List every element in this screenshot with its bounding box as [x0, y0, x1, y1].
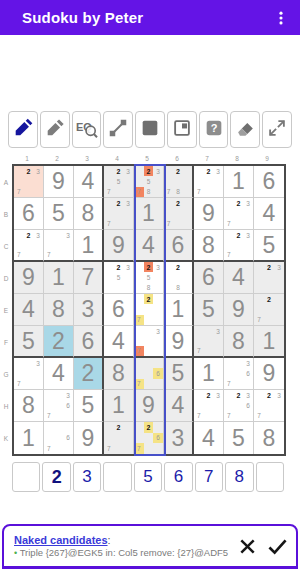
cell-H5[interactable]: 9	[134, 390, 164, 422]
candidate-8: 8	[173, 187, 182, 197]
cell-H9[interactable]: 237	[254, 390, 284, 422]
cell-B2[interactable]: 5	[44, 198, 74, 230]
cell-A2[interactable]: 9	[44, 166, 74, 198]
row-label-A: A	[0, 166, 12, 198]
app-title: Sudoku by Peter	[22, 9, 143, 26]
candidate-2: 2	[24, 166, 34, 176]
cell-D9[interactable]: 23	[254, 262, 284, 294]
candidate-7: 7	[164, 187, 173, 197]
candidate-7: 7	[254, 315, 264, 325]
cell-G1[interactable]: 37	[14, 358, 44, 390]
chain-line-icon	[107, 117, 129, 142]
apply-hint-check-icon[interactable]	[267, 537, 288, 556]
cell-A4[interactable]: 2357	[104, 166, 134, 198]
cell-K5[interactable]: 267	[134, 422, 164, 454]
cell-H3[interactable]: 5	[74, 390, 104, 422]
candidate-7: 7	[134, 315, 144, 325]
cell-value: 8	[263, 427, 276, 450]
digit-button-7[interactable]: 7	[195, 462, 223, 492]
cell-K7[interactable]: 4	[194, 422, 224, 454]
candidate-3: 3	[63, 230, 73, 240]
cell-value: 3	[82, 298, 95, 321]
digit-button-8[interactable]: 8	[225, 462, 253, 492]
candidate-7: 7	[224, 250, 234, 260]
candidate-2: 2	[264, 294, 274, 304]
pen-tool-button[interactable]	[8, 111, 38, 148]
cell-A6[interactable]: 278	[164, 166, 194, 198]
cell-C4[interactable]: 9	[104, 230, 134, 262]
hint-detail-text: Triple {267}@EGK5 in: Col5 remove: {27}@…	[20, 547, 229, 558]
cell-D2[interactable]: 1	[44, 262, 74, 294]
pencil-icon	[44, 117, 66, 142]
corner-square-icon	[171, 117, 193, 142]
candidate-2: 2	[204, 166, 214, 176]
cell-G4[interactable]: 8	[104, 358, 134, 390]
candidate-7: 7	[194, 346, 204, 356]
candidate-7: 7	[194, 411, 204, 421]
cell-F4[interactable]: 4	[104, 326, 134, 358]
cell-G5[interactable]: 67	[134, 358, 164, 390]
candidate-3: 3	[123, 262, 133, 272]
hint-text-block: Naked candidates: • Triple {267}@EGK5 in…	[14, 533, 232, 559]
cell-H1[interactable]: 8	[14, 390, 44, 422]
row-label-C: C	[0, 230, 12, 262]
candidate-7: 7	[14, 250, 24, 260]
cell-A7[interactable]: 237	[194, 166, 224, 198]
cell-C2[interactable]: 37	[44, 230, 74, 262]
cell-value: 9	[172, 330, 185, 353]
row-labels: ABCDEFGHK	[0, 164, 12, 456]
candidate-3: 3	[274, 390, 284, 400]
candidate-6: 6	[153, 368, 163, 378]
cell-G9[interactable]: 9	[254, 358, 284, 390]
cell-K4[interactable]: 27	[104, 422, 134, 454]
square-fill-icon	[139, 117, 161, 142]
cell-value: 8	[232, 330, 245, 353]
cell-F3[interactable]: 6	[74, 326, 104, 358]
cell-value: 3	[172, 427, 185, 450]
candidate-6: 6	[153, 433, 163, 444]
candidate-2: 2	[264, 262, 274, 272]
cell-value: 4	[202, 427, 215, 450]
candidate-7: 7	[14, 379, 24, 389]
candidate-7: 7	[104, 187, 114, 197]
cell-F9[interactable]: 1	[254, 326, 284, 358]
row-label-B: B	[0, 198, 12, 230]
cell-value: 4	[232, 266, 245, 289]
candidate-7: 7	[104, 219, 114, 229]
cell-H6[interactable]: 4	[164, 390, 194, 422]
candidate-6: 6	[243, 400, 253, 410]
digit-button-row: 235678	[12, 462, 284, 492]
cell-value: 4	[112, 330, 125, 353]
cell-value: 5	[263, 234, 276, 257]
col-label-3: 3	[72, 154, 102, 164]
cell-B9[interactable]: 4	[254, 198, 284, 230]
candidate-2: 2	[173, 166, 182, 176]
cell-value: 9	[22, 266, 35, 289]
hint-technique-link[interactable]: Naked candidates	[14, 534, 108, 546]
candidate-2: 2	[173, 198, 182, 208]
candidate-3: 3	[123, 198, 133, 208]
cell-value: 5	[172, 362, 185, 385]
cell-value: 9	[52, 170, 65, 193]
digit-button-3[interactable]: 3	[73, 462, 101, 492]
candidate-3: 3	[153, 326, 163, 336]
cell-G7[interactable]: 1	[194, 358, 224, 390]
candidate-2: 2	[234, 230, 244, 240]
cell-value: 4	[172, 394, 185, 417]
cell-E9[interactable]: 27	[254, 294, 284, 326]
cell-K9[interactable]: 8	[254, 422, 284, 454]
cell-value: 8	[112, 362, 125, 385]
candidate-7: 7	[44, 250, 54, 260]
cell-value: 1	[172, 298, 185, 321]
col-label-4: 4	[102, 154, 132, 164]
candidate-7: 7	[134, 187, 144, 197]
candidate-7: 7	[44, 411, 54, 421]
hint-bar: Naked candidates: • Triple {267}@EGK5 in…	[2, 524, 298, 569]
candidate-2: 2	[114, 422, 124, 433]
cell-value: 7	[82, 266, 95, 289]
candidate-2: 2	[264, 390, 274, 400]
cell-value: 4	[82, 170, 95, 193]
cell-D4[interactable]: 235	[104, 262, 134, 294]
cell-value: 9	[232, 298, 245, 321]
cell-value: 9	[263, 362, 276, 385]
cell-value: 6	[22, 202, 35, 225]
cell-K6[interactable]: 3	[164, 422, 194, 454]
cell-value: 6	[263, 170, 276, 193]
cell-E7[interactable]: 5	[194, 294, 224, 326]
candidate-2: 2	[144, 262, 154, 272]
cell-value: 1	[112, 394, 125, 417]
cell-G8[interactable]: 367	[224, 358, 254, 390]
candidate-5: 5	[144, 272, 154, 282]
candidate-3: 3	[153, 166, 163, 176]
hint-colon: :	[108, 534, 111, 546]
candidate-2: 2	[114, 198, 124, 208]
row-label-F: F	[0, 326, 12, 358]
col-label-8: 8	[222, 154, 252, 164]
cell-C3[interactable]: 1	[74, 230, 104, 262]
candidate-7: 7	[14, 187, 24, 197]
cell-value: 1	[52, 266, 65, 289]
cell-C5[interactable]: 4	[134, 230, 164, 262]
cell-value: 8	[82, 202, 95, 225]
cell-K1[interactable]: 1	[14, 422, 44, 454]
candidate-7: 7	[224, 411, 234, 421]
cell-F7[interactable]: 37	[194, 326, 224, 358]
svg-text:?: ?	[210, 122, 217, 134]
cell-value: 9	[202, 202, 215, 225]
cell-A1[interactable]: 237	[14, 166, 44, 198]
candidate-3: 3	[243, 390, 253, 400]
eraser-icon	[234, 117, 256, 142]
row-label-K: K	[0, 422, 12, 454]
corner-mark-tool-button[interactable]	[167, 111, 197, 148]
chain-tool-button[interactable]	[103, 111, 133, 148]
candidate-7: 7	[134, 443, 144, 454]
kebab-menu-icon[interactable]	[272, 9, 290, 27]
candidate-3: 3	[213, 390, 223, 400]
eraser-tool-button[interactable]	[230, 111, 260, 148]
fullscreen-tool-button[interactable]	[262, 111, 292, 148]
col-label-1: 1	[12, 154, 42, 164]
cell-B1[interactable]: 6	[14, 198, 44, 230]
candidate-7: 7	[254, 411, 264, 421]
cell-E3[interactable]: 3	[74, 294, 104, 326]
row-label-G: G	[0, 358, 12, 390]
find-eq-icon: EQ	[74, 117, 99, 142]
candidate-3: 3	[153, 262, 163, 272]
sudoku-board: 123456789 ABCDEFGHK 23794235723578278237…	[0, 154, 286, 456]
candidate-7: 7	[104, 443, 114, 454]
candidate-7: 7	[224, 379, 234, 389]
candidate-8: 8	[173, 283, 182, 293]
digit-button-9	[256, 462, 284, 492]
col-label-9: 9	[252, 154, 282, 164]
cell-value: 8	[202, 234, 215, 257]
sudoku-grid: 2379423572357827823716658237127923742373…	[12, 164, 286, 456]
cell-value: 4	[22, 298, 35, 321]
candidate-8: 8	[144, 187, 154, 197]
candidate-5: 5	[144, 176, 154, 186]
cell-B3[interactable]: 8	[74, 198, 104, 230]
cell-value: 9	[142, 394, 155, 417]
cell-K2[interactable]: 67	[44, 422, 74, 454]
digit-button-6[interactable]: 6	[164, 462, 192, 492]
row-label-E: E	[0, 294, 12, 326]
cell-value: 4	[52, 362, 65, 385]
cell-value: 5	[232, 427, 245, 450]
candidate-2: 2	[234, 390, 244, 400]
cell-H8[interactable]: 2367	[224, 390, 254, 422]
cell-H4[interactable]: 1	[104, 390, 134, 422]
cell-C9[interactable]: 5	[254, 230, 284, 262]
candidate-3: 3	[213, 326, 223, 336]
candidate-5: 5	[114, 176, 124, 186]
digit-button-1	[12, 462, 40, 492]
candidate-5: 5	[114, 272, 124, 282]
cell-F5[interactable]: 37	[134, 326, 164, 358]
cell-B7[interactable]: 9	[194, 198, 224, 230]
cell-value: 6	[172, 234, 185, 257]
app-bar: Sudoku by Peter	[0, 0, 300, 35]
col-label-6: 6	[162, 154, 192, 164]
cell-value: 9	[82, 427, 95, 450]
dismiss-hint-x-icon[interactable]	[238, 537, 257, 556]
help-tool-button[interactable]: ?	[199, 111, 229, 148]
candidate-2: 2	[144, 422, 154, 433]
cell-value: 8	[22, 394, 35, 417]
cell-G2[interactable]: 4	[44, 358, 74, 390]
cell-C1[interactable]: 237	[14, 230, 44, 262]
candidate-6: 6	[63, 433, 73, 444]
cell-F1[interactable]: 5	[14, 326, 44, 358]
candidate-2: 2	[204, 390, 214, 400]
question-icon: ?	[203, 117, 225, 142]
cell-value: 1	[202, 362, 215, 385]
cell-G3[interactable]: 2	[74, 358, 104, 390]
cell-A8[interactable]: 1	[224, 166, 254, 198]
digit-button-4	[103, 462, 131, 492]
candidate-3: 3	[33, 358, 43, 368]
cell-B8[interactable]: 237	[224, 198, 254, 230]
cell-D6[interactable]: 28	[164, 262, 194, 294]
col-label-5: 5	[132, 154, 162, 164]
candidate-3: 3	[33, 166, 43, 176]
cell-color-tool-button[interactable]	[135, 111, 165, 148]
candidate-7: 7	[44, 443, 54, 454]
cell-D5[interactable]: 2358	[134, 262, 164, 294]
cell-B6[interactable]: 27	[164, 198, 194, 230]
cell-value: 1	[82, 234, 95, 257]
candidate-3: 3	[63, 390, 73, 400]
candidate-7: 7	[194, 187, 204, 197]
cell-E8[interactable]: 9	[224, 294, 254, 326]
cell-value: 5	[82, 394, 95, 417]
candidate-2: 2	[114, 166, 124, 176]
cell-value: 5	[52, 202, 65, 225]
cell-K3[interactable]: 9	[74, 422, 104, 454]
cell-H7[interactable]: 237	[194, 390, 224, 422]
col-label-7: 7	[192, 154, 222, 164]
digit-button-2[interactable]: 2	[42, 462, 70, 492]
cell-value: 1	[232, 170, 245, 193]
row-label-D: D	[0, 262, 12, 294]
cell-value: 4	[263, 202, 276, 225]
cell-value: 5	[22, 330, 35, 353]
cell-A5[interactable]: 23578	[134, 166, 164, 198]
digit-button-5[interactable]: 5	[134, 462, 162, 492]
candidate-2: 2	[144, 294, 154, 304]
cell-D8[interactable]: 4	[224, 262, 254, 294]
toolbar: EQ?	[8, 111, 292, 148]
cell-value: 2	[52, 330, 65, 353]
cell-value: 9	[112, 234, 125, 257]
cell-F6[interactable]: 9	[164, 326, 194, 358]
cell-K8[interactable]: 5	[224, 422, 254, 454]
pencil-tool-button[interactable]	[40, 111, 70, 148]
hint-bullet: •	[14, 548, 17, 558]
candidate-2: 2	[234, 198, 244, 208]
cell-value: 1	[22, 427, 35, 450]
cell-value: 1	[142, 202, 155, 225]
hint-detail: • Triple {267}@EGK5 in: Col5 remove: {27…	[14, 547, 232, 559]
cell-A9[interactable]: 6	[254, 166, 284, 198]
candidate-3: 3	[274, 262, 284, 272]
cell-A3[interactable]: 4	[74, 166, 104, 198]
find-tool-button[interactable]: EQ	[72, 111, 102, 148]
candidate-7: 7	[134, 379, 144, 389]
candidate-6: 6	[243, 368, 253, 378]
expand-icon	[266, 117, 288, 142]
cell-value: 5	[202, 298, 215, 321]
candidate-3: 3	[243, 198, 253, 208]
cell-value: 6	[202, 266, 215, 289]
column-labels: 123456789	[12, 154, 286, 164]
cell-C7[interactable]: 8	[194, 230, 224, 262]
cell-C8[interactable]: 237	[224, 230, 254, 262]
cell-B4[interactable]: 237	[104, 198, 134, 230]
cell-value: 8	[52, 298, 65, 321]
cell-G6[interactable]: 5	[164, 358, 194, 390]
candidate-2: 2	[114, 262, 124, 272]
cell-value: 2	[82, 362, 95, 385]
cell-value: 4	[142, 234, 155, 257]
cell-E2[interactable]: 8	[44, 294, 74, 326]
cell-D3[interactable]: 7	[74, 262, 104, 294]
candidate-8: 8	[144, 283, 154, 293]
cell-E4[interactable]: 6	[104, 294, 134, 326]
cell-value: 1	[263, 330, 276, 353]
candidate-3: 3	[123, 166, 133, 176]
cell-F8[interactable]: 8	[224, 326, 254, 358]
cell-value: 6	[82, 330, 95, 353]
candidate-2: 2	[144, 166, 154, 176]
cell-B5[interactable]: 1	[134, 198, 164, 230]
cell-E5[interactable]: 27	[134, 294, 164, 326]
cell-H2[interactable]: 367	[44, 390, 74, 422]
cell-C6[interactable]: 6	[164, 230, 194, 262]
row-label-H: H	[0, 390, 12, 422]
candidate-2: 2	[24, 230, 34, 240]
candidate-3: 3	[243, 358, 253, 368]
cell-value: 6	[112, 298, 125, 321]
candidate-3: 3	[213, 166, 223, 176]
cell-D1[interactable]: 9	[14, 262, 44, 294]
cell-E6[interactable]: 1	[164, 294, 194, 326]
col-label-2: 2	[42, 154, 72, 164]
candidate-3: 3	[33, 230, 43, 240]
candidate-6: 6	[63, 400, 73, 410]
candidate-7: 7	[164, 219, 173, 229]
pen-icon	[12, 117, 34, 142]
cell-E1[interactable]: 4	[14, 294, 44, 326]
cell-F2[interactable]: 2	[44, 326, 74, 358]
candidate-7: 7	[134, 346, 144, 356]
cell-D7[interactable]: 6	[194, 262, 224, 294]
candidate-2: 2	[173, 262, 182, 272]
candidate-3: 3	[243, 230, 253, 240]
candidate-7: 7	[224, 219, 234, 229]
